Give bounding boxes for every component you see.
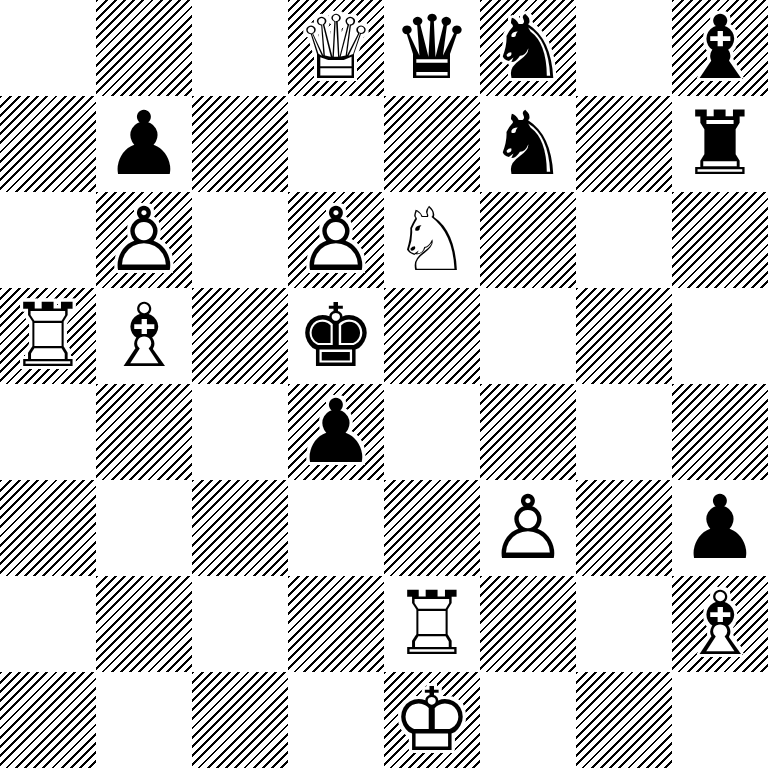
- piece-white-knight[interactable]: ♞♘: [384, 192, 480, 288]
- square-b2[interactable]: [96, 576, 192, 672]
- square-a6[interactable]: [0, 192, 96, 288]
- white-bishop-icon: ♗: [672, 576, 768, 672]
- square-e5[interactable]: [384, 288, 480, 384]
- square-h8[interactable]: ♝♝: [672, 0, 768, 96]
- piece-black-pawn[interactable]: ♟♟: [288, 384, 384, 480]
- white-queen-icon: ♕: [288, 0, 384, 96]
- square-g4[interactable]: [576, 384, 672, 480]
- square-b4[interactable]: [96, 384, 192, 480]
- square-h6[interactable]: [672, 192, 768, 288]
- square-e1[interactable]: ♚♔: [384, 672, 480, 768]
- white-rook-icon: ♖: [384, 576, 480, 672]
- piece-black-queen[interactable]: ♛♛: [384, 0, 480, 96]
- square-e2[interactable]: ♜♖: [384, 576, 480, 672]
- square-d4[interactable]: ♟♟: [288, 384, 384, 480]
- square-e8[interactable]: ♛♛: [384, 0, 480, 96]
- square-d5[interactable]: ♚♚: [288, 288, 384, 384]
- black-knight-icon: ♞: [480, 0, 576, 96]
- square-c6[interactable]: [192, 192, 288, 288]
- piece-white-pawn[interactable]: ♟♙: [96, 192, 192, 288]
- black-bishop-icon: ♝: [672, 0, 768, 96]
- square-f4[interactable]: [480, 384, 576, 480]
- white-pawn-icon: ♙: [288, 192, 384, 288]
- square-b5[interactable]: ♝♗: [96, 288, 192, 384]
- piece-black-bishop[interactable]: ♝♝: [672, 0, 768, 96]
- piece-black-pawn[interactable]: ♟♟: [672, 480, 768, 576]
- square-a4[interactable]: [0, 384, 96, 480]
- square-e3[interactable]: [384, 480, 480, 576]
- piece-black-pawn[interactable]: ♟♟: [96, 96, 192, 192]
- square-c1[interactable]: [192, 672, 288, 768]
- piece-white-king[interactable]: ♚♔: [384, 672, 480, 768]
- square-h3[interactable]: ♟♟: [672, 480, 768, 576]
- square-d2[interactable]: [288, 576, 384, 672]
- square-f5[interactable]: [480, 288, 576, 384]
- square-g6[interactable]: [576, 192, 672, 288]
- square-g3[interactable]: [576, 480, 672, 576]
- square-c3[interactable]: [192, 480, 288, 576]
- square-c2[interactable]: [192, 576, 288, 672]
- square-d6[interactable]: ♟♙: [288, 192, 384, 288]
- white-pawn-icon: ♙: [480, 480, 576, 576]
- square-f8[interactable]: ♞♞: [480, 0, 576, 96]
- square-e4[interactable]: [384, 384, 480, 480]
- square-g5[interactable]: [576, 288, 672, 384]
- square-c5[interactable]: [192, 288, 288, 384]
- square-f2[interactable]: [480, 576, 576, 672]
- square-a8[interactable]: [0, 0, 96, 96]
- square-b8[interactable]: [96, 0, 192, 96]
- white-pawn-icon: ♙: [96, 192, 192, 288]
- square-g1[interactable]: [576, 672, 672, 768]
- piece-black-knight[interactable]: ♞♞: [480, 0, 576, 96]
- black-king-icon: ♚: [288, 288, 384, 384]
- piece-white-pawn[interactable]: ♟♙: [480, 480, 576, 576]
- square-d7[interactable]: [288, 96, 384, 192]
- piece-white-queen[interactable]: ♛♕: [288, 0, 384, 96]
- square-c8[interactable]: [192, 0, 288, 96]
- square-d3[interactable]: [288, 480, 384, 576]
- square-b1[interactable]: [96, 672, 192, 768]
- white-bishop-icon: ♗: [96, 288, 192, 384]
- square-g2[interactable]: [576, 576, 672, 672]
- black-pawn-icon: ♟: [672, 480, 768, 576]
- square-c4[interactable]: [192, 384, 288, 480]
- white-rook-icon: ♖: [0, 288, 96, 384]
- white-knight-icon: ♘: [384, 192, 480, 288]
- white-king-icon: ♔: [384, 672, 480, 768]
- black-rook-icon: ♜: [672, 96, 768, 192]
- piece-white-bishop[interactable]: ♝♗: [96, 288, 192, 384]
- square-a3[interactable]: [0, 480, 96, 576]
- piece-white-bishop[interactable]: ♝♗: [672, 576, 768, 672]
- piece-black-king[interactable]: ♚♚: [288, 288, 384, 384]
- square-h5[interactable]: [672, 288, 768, 384]
- square-h7[interactable]: ♜♜: [672, 96, 768, 192]
- square-e6[interactable]: ♞♘: [384, 192, 480, 288]
- square-f1[interactable]: [480, 672, 576, 768]
- square-f3[interactable]: ♟♙: [480, 480, 576, 576]
- piece-white-pawn[interactable]: ♟♙: [288, 192, 384, 288]
- black-pawn-icon: ♟: [96, 96, 192, 192]
- piece-white-rook[interactable]: ♜♖: [384, 576, 480, 672]
- square-a5[interactable]: ♜♖: [0, 288, 96, 384]
- square-d1[interactable]: [288, 672, 384, 768]
- black-knight-icon: ♞: [480, 96, 576, 192]
- square-g7[interactable]: [576, 96, 672, 192]
- square-b3[interactable]: [96, 480, 192, 576]
- square-a2[interactable]: [0, 576, 96, 672]
- square-c7[interactable]: [192, 96, 288, 192]
- square-a1[interactable]: [0, 672, 96, 768]
- square-b7[interactable]: ♟♟: [96, 96, 192, 192]
- piece-black-rook[interactable]: ♜♜: [672, 96, 768, 192]
- square-f6[interactable]: [480, 192, 576, 288]
- black-pawn-icon: ♟: [288, 384, 384, 480]
- square-h4[interactable]: [672, 384, 768, 480]
- square-d8[interactable]: ♛♕: [288, 0, 384, 96]
- square-a7[interactable]: [0, 96, 96, 192]
- square-e7[interactable]: [384, 96, 480, 192]
- square-h1[interactable]: [672, 672, 768, 768]
- piece-black-knight[interactable]: ♞♞: [480, 96, 576, 192]
- piece-white-rook[interactable]: ♜♖: [0, 288, 96, 384]
- square-h2[interactable]: ♝♗: [672, 576, 768, 672]
- black-queen-icon: ♛: [384, 0, 480, 96]
- chess-board: ♛♕♛♛♞♞♝♝♟♟♞♞♜♜♟♙♟♙♞♘♜♖♝♗♚♚♟♟♟♙♟♟♜♖♝♗♚♔: [0, 0, 768, 768]
- square-f7[interactable]: ♞♞: [480, 96, 576, 192]
- square-g8[interactable]: [576, 0, 672, 96]
- square-b6[interactable]: ♟♙: [96, 192, 192, 288]
